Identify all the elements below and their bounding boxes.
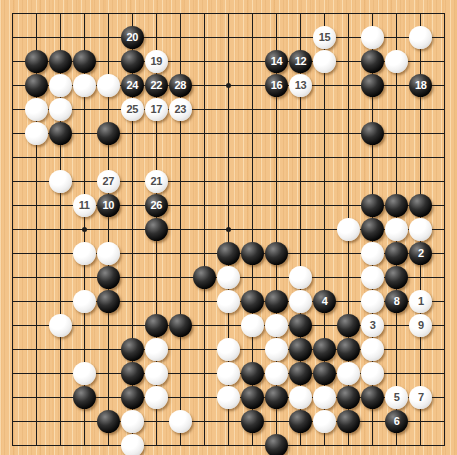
intersection-c13-r14[interactable]	[289, 313, 313, 337]
intersection-c18-r15[interactable]	[409, 337, 433, 361]
intersection-c5-r8[interactable]: 27	[96, 169, 120, 193]
intersection-c3-r7[interactable]	[48, 145, 72, 169]
intersection-c2-r1[interactable]	[24, 1, 48, 25]
intersection-c18-r5[interactable]	[409, 97, 433, 121]
intersection-c9-r2[interactable]	[192, 25, 216, 49]
intersection-c10-r4[interactable]	[216, 73, 240, 97]
intersection-c12-r14[interactable]	[265, 313, 289, 337]
intersection-c12-r3[interactable]: 14	[265, 49, 289, 73]
intersection-c9-r19[interactable]	[192, 433, 216, 455]
intersection-c10-r7[interactable]	[216, 145, 240, 169]
intersection-c8-r15[interactable]	[168, 337, 192, 361]
intersection-c8-r7[interactable]	[168, 145, 192, 169]
intersection-c5-r16[interactable]	[96, 361, 120, 385]
intersection-c19-r17[interactable]	[433, 385, 457, 409]
intersection-c14-r14[interactable]	[313, 313, 337, 337]
intersection-c13-r13[interactable]	[289, 289, 313, 313]
intersection-c19-r4[interactable]	[433, 73, 457, 97]
intersection-c16-r19[interactable]	[361, 433, 385, 455]
intersection-c2-r2[interactable]	[24, 25, 48, 49]
intersection-c2-r7[interactable]	[24, 145, 48, 169]
intersection-c7-r4[interactable]: 22	[144, 73, 168, 97]
intersection-c11-r8[interactable]	[240, 169, 264, 193]
intersection-c11-r14[interactable]	[240, 313, 264, 337]
intersection-c16-r15[interactable]	[361, 337, 385, 361]
intersection-c10-r9[interactable]	[216, 193, 240, 217]
intersection-c6-r4[interactable]: 24	[120, 73, 144, 97]
intersection-c7-r7[interactable]	[144, 145, 168, 169]
intersection-c12-r16[interactable]	[265, 361, 289, 385]
intersection-c16-r11[interactable]	[361, 241, 385, 265]
intersection-c2-r13[interactable]	[24, 289, 48, 313]
intersection-c8-r19[interactable]	[168, 433, 192, 455]
intersection-c17-r17[interactable]: 5	[385, 385, 409, 409]
intersection-c12-r17[interactable]	[265, 385, 289, 409]
intersection-c14-r13[interactable]: 4	[313, 289, 337, 313]
intersection-c15-r1[interactable]	[337, 1, 361, 25]
intersection-c14-r9[interactable]	[313, 193, 337, 217]
intersection-c15-r17[interactable]	[337, 385, 361, 409]
intersection-c10-r19[interactable]	[216, 433, 240, 455]
intersection-c9-r11[interactable]	[192, 241, 216, 265]
intersection-c14-r5[interactable]	[313, 97, 337, 121]
intersection-c14-r6[interactable]	[313, 121, 337, 145]
intersection-c12-r11[interactable]	[265, 241, 289, 265]
intersection-c6-r12[interactable]	[120, 265, 144, 289]
intersection-c16-r1[interactable]	[361, 1, 385, 25]
intersection-c11-r4[interactable]	[240, 73, 264, 97]
intersection-c4-r12[interactable]	[72, 265, 96, 289]
intersection-c18-r9[interactable]	[409, 193, 433, 217]
intersection-c6-r7[interactable]	[120, 145, 144, 169]
intersection-c1-r1[interactable]	[0, 1, 24, 25]
intersection-c10-r17[interactable]	[216, 385, 240, 409]
intersection-c11-r2[interactable]	[240, 25, 264, 49]
intersection-c19-r10[interactable]	[433, 217, 457, 241]
intersection-c10-r14[interactable]	[216, 313, 240, 337]
intersection-c8-r12[interactable]	[168, 265, 192, 289]
intersection-c5-r14[interactable]	[96, 313, 120, 337]
intersection-c3-r11[interactable]	[48, 241, 72, 265]
intersection-c6-r9[interactable]	[120, 193, 144, 217]
intersection-c1-r11[interactable]	[0, 241, 24, 265]
intersection-c2-r19[interactable]	[24, 433, 48, 455]
intersection-c6-r1[interactable]	[120, 1, 144, 25]
intersection-c6-r13[interactable]	[120, 289, 144, 313]
intersection-c4-r5[interactable]	[72, 97, 96, 121]
intersection-c10-r11[interactable]	[216, 241, 240, 265]
intersection-c18-r3[interactable]	[409, 49, 433, 73]
intersection-c14-r17[interactable]	[313, 385, 337, 409]
intersection-c7-r9[interactable]: 26	[144, 193, 168, 217]
intersection-c16-r2[interactable]	[361, 25, 385, 49]
intersection-c1-r5[interactable]	[0, 97, 24, 121]
intersection-c15-r2[interactable]	[337, 25, 361, 49]
intersection-c13-r10[interactable]	[289, 217, 313, 241]
intersection-c3-r15[interactable]	[48, 337, 72, 361]
intersection-c11-r11[interactable]	[240, 241, 264, 265]
intersection-c12-r10[interactable]	[265, 217, 289, 241]
intersection-c8-r5[interactable]: 23	[168, 97, 192, 121]
intersection-c17-r1[interactable]	[385, 1, 409, 25]
intersection-c19-r5[interactable]	[433, 97, 457, 121]
intersection-c6-r18[interactable]	[120, 409, 144, 433]
intersection-c10-r16[interactable]	[216, 361, 240, 385]
intersection-c1-r16[interactable]	[0, 361, 24, 385]
intersection-c5-r6[interactable]	[96, 121, 120, 145]
intersection-c14-r16[interactable]	[313, 361, 337, 385]
intersection-c9-r1[interactable]	[192, 1, 216, 25]
intersection-c14-r15[interactable]	[313, 337, 337, 361]
intersection-c13-r8[interactable]	[289, 169, 313, 193]
intersection-c11-r6[interactable]	[240, 121, 264, 145]
intersection-c12-r8[interactable]	[265, 169, 289, 193]
intersection-c9-r6[interactable]	[192, 121, 216, 145]
intersection-c8-r17[interactable]	[168, 385, 192, 409]
intersection-c3-r12[interactable]	[48, 265, 72, 289]
intersection-c9-r3[interactable]	[192, 49, 216, 73]
intersection-c2-r3[interactable]	[24, 49, 48, 73]
intersection-c3-r5[interactable]	[48, 97, 72, 121]
intersection-c4-r3[interactable]	[72, 49, 96, 73]
intersection-c4-r17[interactable]	[72, 385, 96, 409]
intersection-c5-r10[interactable]	[96, 217, 120, 241]
intersection-c10-r12[interactable]	[216, 265, 240, 289]
intersection-c19-r16[interactable]	[433, 361, 457, 385]
intersection-c6-r11[interactable]	[120, 241, 144, 265]
intersection-c2-r8[interactable]	[24, 169, 48, 193]
intersection-c1-r7[interactable]	[0, 145, 24, 169]
intersection-c2-r10[interactable]	[24, 217, 48, 241]
intersection-c1-r17[interactable]	[0, 385, 24, 409]
intersection-c7-r3[interactable]: 19	[144, 49, 168, 73]
intersection-c9-r15[interactable]	[192, 337, 216, 361]
intersection-c6-r17[interactable]	[120, 385, 144, 409]
intersection-c5-r12[interactable]	[96, 265, 120, 289]
intersection-c1-r18[interactable]	[0, 409, 24, 433]
intersection-c9-r16[interactable]	[192, 361, 216, 385]
intersection-c16-r3[interactable]	[361, 49, 385, 73]
intersection-c4-r10[interactable]	[72, 217, 96, 241]
intersection-c5-r1[interactable]	[96, 1, 120, 25]
intersection-c12-r1[interactable]	[265, 1, 289, 25]
intersection-c16-r18[interactable]	[361, 409, 385, 433]
intersection-c17-r6[interactable]	[385, 121, 409, 145]
intersection-c7-r10[interactable]	[144, 217, 168, 241]
intersection-c13-r7[interactable]	[289, 145, 313, 169]
intersection-c12-r7[interactable]	[265, 145, 289, 169]
intersection-c11-r13[interactable]	[240, 289, 264, 313]
intersection-c8-r1[interactable]	[168, 1, 192, 25]
intersection-c18-r17[interactable]: 7	[409, 385, 433, 409]
intersection-c8-r6[interactable]	[168, 121, 192, 145]
intersection-c8-r2[interactable]	[168, 25, 192, 49]
intersection-c15-r5[interactable]	[337, 97, 361, 121]
intersection-c9-r9[interactable]	[192, 193, 216, 217]
intersection-c16-r8[interactable]	[361, 169, 385, 193]
intersection-c4-r2[interactable]	[72, 25, 96, 49]
intersection-c10-r5[interactable]	[216, 97, 240, 121]
intersection-c10-r1[interactable]	[216, 1, 240, 25]
intersection-c4-r11[interactable]	[72, 241, 96, 265]
intersection-c9-r7[interactable]	[192, 145, 216, 169]
intersection-c3-r8[interactable]	[48, 169, 72, 193]
intersection-c13-r16[interactable]	[289, 361, 313, 385]
intersection-c4-r15[interactable]	[72, 337, 96, 361]
intersection-c1-r12[interactable]	[0, 265, 24, 289]
intersection-c3-r17[interactable]	[48, 385, 72, 409]
intersection-c6-r16[interactable]	[120, 361, 144, 385]
intersection-c17-r14[interactable]	[385, 313, 409, 337]
intersection-c3-r18[interactable]	[48, 409, 72, 433]
intersection-c2-r6[interactable]	[24, 121, 48, 145]
intersection-c1-r9[interactable]	[0, 193, 24, 217]
intersection-c10-r10[interactable]	[216, 217, 240, 241]
intersection-c19-r2[interactable]	[433, 25, 457, 49]
intersection-c16-r13[interactable]	[361, 289, 385, 313]
intersection-c2-r12[interactable]	[24, 265, 48, 289]
intersection-c14-r10[interactable]	[313, 217, 337, 241]
intersection-c5-r11[interactable]	[96, 241, 120, 265]
intersection-c19-r18[interactable]	[433, 409, 457, 433]
intersection-c9-r12[interactable]	[192, 265, 216, 289]
intersection-c7-r8[interactable]: 21	[144, 169, 168, 193]
intersection-c11-r19[interactable]	[240, 433, 264, 455]
intersection-c13-r5[interactable]	[289, 97, 313, 121]
intersection-c4-r7[interactable]	[72, 145, 96, 169]
intersection-c17-r16[interactable]	[385, 361, 409, 385]
intersection-c7-r1[interactable]	[144, 1, 168, 25]
intersection-c18-r6[interactable]	[409, 121, 433, 145]
intersection-c10-r2[interactable]	[216, 25, 240, 49]
intersection-c11-r18[interactable]	[240, 409, 264, 433]
intersection-c3-r9[interactable]	[48, 193, 72, 217]
intersection-c15-r19[interactable]	[337, 433, 361, 455]
intersection-c3-r1[interactable]	[48, 1, 72, 25]
intersection-c15-r14[interactable]	[337, 313, 361, 337]
intersection-c13-r6[interactable]	[289, 121, 313, 145]
intersection-c1-r2[interactable]	[0, 25, 24, 49]
intersection-c13-r15[interactable]	[289, 337, 313, 361]
intersection-c7-r13[interactable]	[144, 289, 168, 313]
intersection-c2-r14[interactable]	[24, 313, 48, 337]
intersection-c16-r14[interactable]: 3	[361, 313, 385, 337]
intersection-c16-r17[interactable]	[361, 385, 385, 409]
intersection-c5-r9[interactable]: 10	[96, 193, 120, 217]
intersection-c9-r5[interactable]	[192, 97, 216, 121]
intersection-c7-r14[interactable]	[144, 313, 168, 337]
intersection-c17-r9[interactable]	[385, 193, 409, 217]
intersection-c15-r9[interactable]	[337, 193, 361, 217]
intersection-c14-r11[interactable]	[313, 241, 337, 265]
intersection-c19-r14[interactable]	[433, 313, 457, 337]
intersection-c14-r4[interactable]	[313, 73, 337, 97]
intersection-c2-r15[interactable]	[24, 337, 48, 361]
intersection-c13-r2[interactable]	[289, 25, 313, 49]
intersection-c9-r8[interactable]	[192, 169, 216, 193]
intersection-c16-r9[interactable]	[361, 193, 385, 217]
intersection-c11-r10[interactable]	[240, 217, 264, 241]
intersection-c19-r12[interactable]	[433, 265, 457, 289]
intersection-c15-r8[interactable]	[337, 169, 361, 193]
intersection-c15-r12[interactable]	[337, 265, 361, 289]
intersection-c4-r1[interactable]	[72, 1, 96, 25]
intersection-c17-r3[interactable]	[385, 49, 409, 73]
intersection-c3-r14[interactable]	[48, 313, 72, 337]
intersection-c19-r9[interactable]	[433, 193, 457, 217]
intersection-c11-r1[interactable]	[240, 1, 264, 25]
intersection-c6-r8[interactable]	[120, 169, 144, 193]
intersection-c6-r3[interactable]	[120, 49, 144, 73]
intersection-c4-r13[interactable]	[72, 289, 96, 313]
intersection-c17-r7[interactable]	[385, 145, 409, 169]
intersection-c5-r17[interactable]	[96, 385, 120, 409]
intersection-c5-r4[interactable]	[96, 73, 120, 97]
intersection-c9-r13[interactable]	[192, 289, 216, 313]
intersection-c12-r13[interactable]	[265, 289, 289, 313]
intersection-c1-r6[interactable]	[0, 121, 24, 145]
intersection-c16-r12[interactable]	[361, 265, 385, 289]
intersection-c8-r10[interactable]	[168, 217, 192, 241]
intersection-c12-r18[interactable]	[265, 409, 289, 433]
intersection-c18-r8[interactable]	[409, 169, 433, 193]
intersection-c19-r19[interactable]	[433, 433, 457, 455]
intersection-c7-r5[interactable]: 17	[144, 97, 168, 121]
intersection-c15-r15[interactable]	[337, 337, 361, 361]
intersection-c7-r18[interactable]	[144, 409, 168, 433]
intersection-c15-r7[interactable]	[337, 145, 361, 169]
intersection-c1-r13[interactable]	[0, 289, 24, 313]
intersection-c17-r2[interactable]	[385, 25, 409, 49]
intersection-c14-r2[interactable]: 15	[313, 25, 337, 49]
intersection-c13-r19[interactable]	[289, 433, 313, 455]
intersection-c4-r16[interactable]	[72, 361, 96, 385]
intersection-c12-r2[interactable]	[265, 25, 289, 49]
intersection-c3-r16[interactable]	[48, 361, 72, 385]
intersection-c13-r12[interactable]	[289, 265, 313, 289]
intersection-c18-r19[interactable]	[409, 433, 433, 455]
intersection-c16-r10[interactable]	[361, 217, 385, 241]
intersection-c1-r10[interactable]	[0, 217, 24, 241]
intersection-c2-r16[interactable]	[24, 361, 48, 385]
intersection-c9-r18[interactable]	[192, 409, 216, 433]
intersection-c14-r19[interactable]	[313, 433, 337, 455]
intersection-c16-r7[interactable]	[361, 145, 385, 169]
intersection-c4-r6[interactable]	[72, 121, 96, 145]
intersection-c3-r10[interactable]	[48, 217, 72, 241]
intersection-c15-r3[interactable]	[337, 49, 361, 73]
intersection-c1-r19[interactable]	[0, 433, 24, 455]
intersection-c1-r15[interactable]	[0, 337, 24, 361]
intersection-c19-r11[interactable]	[433, 241, 457, 265]
intersection-c8-r8[interactable]	[168, 169, 192, 193]
intersection-c12-r4[interactable]: 16	[265, 73, 289, 97]
intersection-c6-r15[interactable]	[120, 337, 144, 361]
intersection-c11-r7[interactable]	[240, 145, 264, 169]
intersection-c8-r4[interactable]: 28	[168, 73, 192, 97]
intersection-c10-r15[interactable]	[216, 337, 240, 361]
intersection-c12-r9[interactable]	[265, 193, 289, 217]
intersection-c6-r19[interactable]	[120, 433, 144, 455]
intersection-c14-r7[interactable]	[313, 145, 337, 169]
intersection-c6-r10[interactable]	[120, 217, 144, 241]
intersection-c18-r2[interactable]	[409, 25, 433, 49]
intersection-c8-r3[interactable]	[168, 49, 192, 73]
intersection-c8-r14[interactable]	[168, 313, 192, 337]
intersection-c19-r7[interactable]	[433, 145, 457, 169]
intersection-c3-r3[interactable]	[48, 49, 72, 73]
intersection-c9-r10[interactable]	[192, 217, 216, 241]
intersection-c18-r4[interactable]: 18	[409, 73, 433, 97]
intersection-c6-r2[interactable]: 20	[120, 25, 144, 49]
intersection-c12-r5[interactable]	[265, 97, 289, 121]
intersection-c6-r14[interactable]	[120, 313, 144, 337]
intersection-c11-r3[interactable]	[240, 49, 264, 73]
intersection-c17-r8[interactable]	[385, 169, 409, 193]
intersection-c12-r19[interactable]	[265, 433, 289, 455]
intersection-c16-r4[interactable]	[361, 73, 385, 97]
intersection-c12-r15[interactable]	[265, 337, 289, 361]
intersection-c3-r6[interactable]	[48, 121, 72, 145]
intersection-c2-r18[interactable]	[24, 409, 48, 433]
intersection-c5-r7[interactable]	[96, 145, 120, 169]
intersection-c5-r5[interactable]	[96, 97, 120, 121]
intersection-c2-r4[interactable]	[24, 73, 48, 97]
intersection-c7-r16[interactable]	[144, 361, 168, 385]
intersection-c13-r9[interactable]	[289, 193, 313, 217]
intersection-c6-r6[interactable]	[120, 121, 144, 145]
intersection-c17-r18[interactable]: 6	[385, 409, 409, 433]
intersection-c8-r18[interactable]	[168, 409, 192, 433]
intersection-c18-r16[interactable]	[409, 361, 433, 385]
intersection-c2-r9[interactable]	[24, 193, 48, 217]
intersection-c10-r18[interactable]	[216, 409, 240, 433]
intersection-c17-r13[interactable]: 8	[385, 289, 409, 313]
intersection-c8-r13[interactable]	[168, 289, 192, 313]
intersection-c14-r3[interactable]	[313, 49, 337, 73]
intersection-c19-r3[interactable]	[433, 49, 457, 73]
intersection-c2-r5[interactable]	[24, 97, 48, 121]
intersection-c17-r12[interactable]	[385, 265, 409, 289]
intersection-c10-r8[interactable]	[216, 169, 240, 193]
intersection-c17-r19[interactable]	[385, 433, 409, 455]
intersection-c13-r1[interactable]	[289, 1, 313, 25]
intersection-c6-r5[interactable]: 25	[120, 97, 144, 121]
intersection-c19-r13[interactable]	[433, 289, 457, 313]
intersection-c14-r12[interactable]	[313, 265, 337, 289]
intersection-c7-r11[interactable]	[144, 241, 168, 265]
intersection-c18-r14[interactable]: 9	[409, 313, 433, 337]
intersection-c11-r12[interactable]	[240, 265, 264, 289]
intersection-c18-r11[interactable]: 2	[409, 241, 433, 265]
intersection-c4-r8[interactable]	[72, 169, 96, 193]
intersection-c5-r15[interactable]	[96, 337, 120, 361]
intersection-c2-r17[interactable]	[24, 385, 48, 409]
intersection-c9-r4[interactable]	[192, 73, 216, 97]
intersection-c2-r11[interactable]	[24, 241, 48, 265]
intersection-c7-r6[interactable]	[144, 121, 168, 145]
intersection-c1-r3[interactable]	[0, 49, 24, 73]
intersection-c15-r11[interactable]	[337, 241, 361, 265]
intersection-c4-r18[interactable]	[72, 409, 96, 433]
intersection-c8-r9[interactable]	[168, 193, 192, 217]
intersection-c19-r6[interactable]	[433, 121, 457, 145]
intersection-c14-r1[interactable]	[313, 1, 337, 25]
intersection-c11-r5[interactable]	[240, 97, 264, 121]
intersection-c13-r3[interactable]: 12	[289, 49, 313, 73]
intersection-c4-r14[interactable]	[72, 313, 96, 337]
intersection-c13-r18[interactable]	[289, 409, 313, 433]
